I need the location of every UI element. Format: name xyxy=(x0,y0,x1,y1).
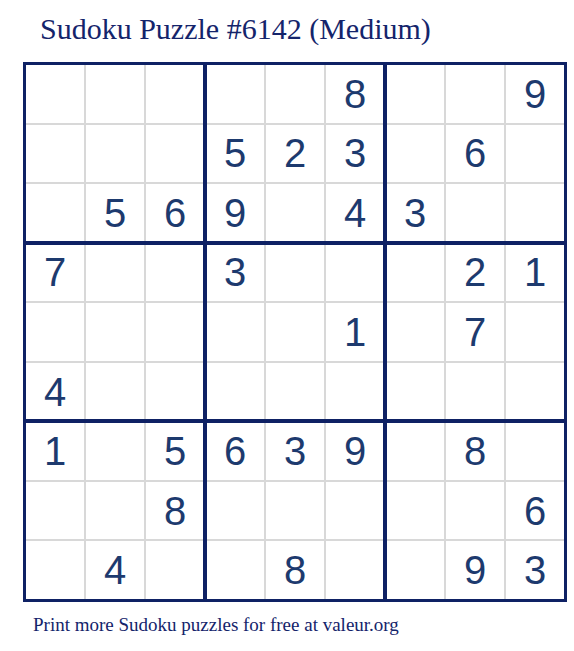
given-digit: 3 xyxy=(224,252,246,292)
given-digit: 8 xyxy=(164,491,186,531)
sudoku-cell-r4c3[interactable] xyxy=(146,244,204,302)
sudoku-cell-r2c4[interactable]: 5 xyxy=(206,125,264,183)
sudoku-cell-r6c3[interactable] xyxy=(146,363,204,421)
sudoku-cell-r9c5[interactable]: 8 xyxy=(266,541,324,599)
sudoku-cell-r6c6[interactable] xyxy=(326,363,384,421)
given-digit: 9 xyxy=(344,431,366,471)
sudoku-cell-r8c7[interactable] xyxy=(386,482,444,540)
given-digit: 3 xyxy=(524,550,546,590)
sudoku-cell-r2c3[interactable] xyxy=(146,125,204,183)
given-digit: 4 xyxy=(104,550,126,590)
sudoku-board: 895236569437321174156398864893 xyxy=(23,62,567,602)
sudoku-cell-r7c3[interactable]: 5 xyxy=(146,422,204,480)
sudoku-cell-r5c5[interactable] xyxy=(266,303,324,361)
sudoku-cell-r1c4[interactable] xyxy=(206,65,264,123)
sudoku-cell-r2c6[interactable]: 3 xyxy=(326,125,384,183)
given-digit: 3 xyxy=(284,431,306,471)
given-digit: 6 xyxy=(464,133,486,173)
sudoku-cell-r8c3[interactable]: 8 xyxy=(146,482,204,540)
sudoku-cell-r1c5[interactable] xyxy=(266,65,324,123)
sudoku-cell-r9c4[interactable] xyxy=(206,541,264,599)
sudoku-cell-r1c3[interactable] xyxy=(146,65,204,123)
sudoku-cell-r2c7[interactable] xyxy=(386,125,444,183)
given-digit: 6 xyxy=(224,431,246,471)
sudoku-cell-r8c9[interactable]: 6 xyxy=(506,482,564,540)
sudoku-cell-r8c4[interactable] xyxy=(206,482,264,540)
sudoku-cell-r3c1[interactable] xyxy=(26,184,84,242)
sudoku-cell-r2c1[interactable] xyxy=(26,125,84,183)
sudoku-cell-r8c2[interactable] xyxy=(86,482,144,540)
given-digit: 3 xyxy=(344,133,366,173)
given-digit: 2 xyxy=(464,252,486,292)
sudoku-cell-r3c2[interactable]: 5 xyxy=(86,184,144,242)
sudoku-cell-r1c9[interactable]: 9 xyxy=(506,65,564,123)
sudoku-cell-r3c3[interactable]: 6 xyxy=(146,184,204,242)
sudoku-cell-r2c2[interactable] xyxy=(86,125,144,183)
sudoku-cell-r9c2[interactable]: 4 xyxy=(86,541,144,599)
sudoku-cell-r3c5[interactable] xyxy=(266,184,324,242)
sudoku-cell-r9c6[interactable] xyxy=(326,541,384,599)
given-digit: 8 xyxy=(284,550,306,590)
given-digit: 1 xyxy=(524,252,546,292)
sudoku-cell-r1c1[interactable] xyxy=(26,65,84,123)
page-title: Sudoku Puzzle #6142 (Medium) xyxy=(40,12,431,46)
sudoku-cell-r5c9[interactable] xyxy=(506,303,564,361)
sudoku-cell-r4c5[interactable] xyxy=(266,244,324,302)
given-digit: 4 xyxy=(344,193,366,233)
sudoku-cell-r2c9[interactable] xyxy=(506,125,564,183)
given-digit: 5 xyxy=(104,193,126,233)
sudoku-cell-r7c4[interactable]: 6 xyxy=(206,422,264,480)
sudoku-cell-r1c8[interactable] xyxy=(446,65,504,123)
given-digit: 4 xyxy=(44,372,66,412)
sudoku-cell-r7c5[interactable]: 3 xyxy=(266,422,324,480)
sudoku-cell-r5c8[interactable]: 7 xyxy=(446,303,504,361)
sudoku-cell-r5c3[interactable] xyxy=(146,303,204,361)
sudoku-cell-r9c7[interactable] xyxy=(386,541,444,599)
sudoku-cell-r4c2[interactable] xyxy=(86,244,144,302)
sudoku-grid: 895236569437321174156398864893 xyxy=(26,65,564,599)
given-digit: 8 xyxy=(344,74,366,114)
sudoku-cell-r5c6[interactable]: 1 xyxy=(326,303,384,361)
sudoku-cell-r5c1[interactable] xyxy=(26,303,84,361)
sudoku-cell-r4c4[interactable]: 3 xyxy=(206,244,264,302)
sudoku-cell-r4c6[interactable] xyxy=(326,244,384,302)
given-digit: 1 xyxy=(344,312,366,352)
given-digit: 6 xyxy=(524,491,546,531)
sudoku-cell-r2c5[interactable]: 2 xyxy=(266,125,324,183)
sudoku-cell-r5c7[interactable] xyxy=(386,303,444,361)
given-digit: 5 xyxy=(224,133,246,173)
sudoku-cell-r5c2[interactable] xyxy=(86,303,144,361)
sudoku-cell-r4c1[interactable]: 7 xyxy=(26,244,84,302)
sudoku-cell-r6c1[interactable]: 4 xyxy=(26,363,84,421)
given-digit: 9 xyxy=(524,74,546,114)
footer-text: Print more Sudoku puzzles for free at va… xyxy=(33,614,399,636)
sudoku-cell-r8c6[interactable] xyxy=(326,482,384,540)
sudoku-cell-r9c1[interactable] xyxy=(26,541,84,599)
sudoku-cell-r4c9[interactable]: 1 xyxy=(506,244,564,302)
sudoku-cell-r2c8[interactable]: 6 xyxy=(446,125,504,183)
given-digit: 9 xyxy=(464,550,486,590)
sudoku-cell-r6c4[interactable] xyxy=(206,363,264,421)
sudoku-cell-r3c6[interactable]: 4 xyxy=(326,184,384,242)
sudoku-cell-r4c8[interactable]: 2 xyxy=(446,244,504,302)
sudoku-cell-r7c2[interactable] xyxy=(86,422,144,480)
sudoku-cell-r1c2[interactable] xyxy=(86,65,144,123)
sudoku-cell-r1c6[interactable]: 8 xyxy=(326,65,384,123)
given-digit: 2 xyxy=(284,133,306,173)
sudoku-cell-r3c9[interactable] xyxy=(506,184,564,242)
given-digit: 6 xyxy=(164,193,186,233)
sudoku-cell-r7c1[interactable]: 1 xyxy=(26,422,84,480)
given-digit: 7 xyxy=(44,252,66,292)
given-digit: 7 xyxy=(464,312,486,352)
given-digit: 9 xyxy=(224,193,246,233)
sudoku-cell-r6c5[interactable] xyxy=(266,363,324,421)
sudoku-cell-r9c9[interactable]: 3 xyxy=(506,541,564,599)
sudoku-cell-r7c6[interactable]: 9 xyxy=(326,422,384,480)
sudoku-cell-r6c7[interactable] xyxy=(386,363,444,421)
given-digit: 3 xyxy=(404,193,426,233)
sudoku-cell-r3c7[interactable]: 3 xyxy=(386,184,444,242)
sudoku-cell-r7c7[interactable] xyxy=(386,422,444,480)
sudoku-cell-r7c9[interactable] xyxy=(506,422,564,480)
sudoku-cell-r1c7[interactable] xyxy=(386,65,444,123)
given-digit: 1 xyxy=(44,431,66,471)
sudoku-cell-r4c7[interactable] xyxy=(386,244,444,302)
sudoku-cell-r3c8[interactable] xyxy=(446,184,504,242)
sudoku-cell-r6c2[interactable] xyxy=(86,363,144,421)
sudoku-cell-r7c8[interactable]: 8 xyxy=(446,422,504,480)
given-digit: 5 xyxy=(164,431,186,471)
sudoku-cell-r8c1[interactable] xyxy=(26,482,84,540)
sudoku-cell-r6c8[interactable] xyxy=(446,363,504,421)
sudoku-cell-r9c8[interactable]: 9 xyxy=(446,541,504,599)
sudoku-cell-r8c5[interactable] xyxy=(266,482,324,540)
sudoku-cell-r9c3[interactable] xyxy=(146,541,204,599)
sudoku-cell-r8c8[interactable] xyxy=(446,482,504,540)
given-digit: 8 xyxy=(464,431,486,471)
sudoku-cell-r3c4[interactable]: 9 xyxy=(206,184,264,242)
sudoku-cell-r6c9[interactable] xyxy=(506,363,564,421)
sudoku-cell-r5c4[interactable] xyxy=(206,303,264,361)
